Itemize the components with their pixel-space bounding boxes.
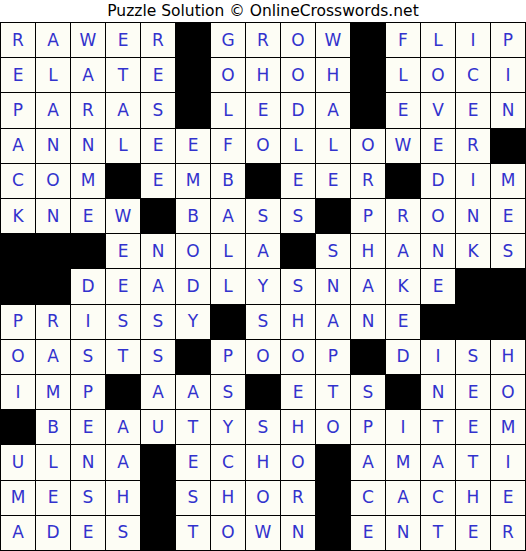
- letter-cell-r8c12: K: [386, 269, 420, 303]
- letter-cell-r8c11: A: [351, 269, 385, 303]
- letter-cell-r9c12: E: [386, 305, 420, 339]
- letter-cell-r7c13: N: [421, 234, 455, 268]
- letter-cell-r2c7: O: [211, 58, 245, 92]
- letter-cell-r15c4: S: [106, 516, 140, 550]
- letter-cell-r12c2: B: [36, 410, 70, 444]
- letter-cell-r12c13: T: [421, 410, 455, 444]
- letter-cell-r1c15: P: [491, 23, 525, 57]
- page-title: Puzzle Solution © OnlineCrosswords.net: [0, 0, 526, 22]
- letter-cell-r11c2: M: [36, 375, 70, 409]
- letter-cell-r4c14: R: [456, 129, 490, 163]
- block-cell-r10c6: [176, 340, 210, 374]
- letter-cell-r5c7: B: [211, 164, 245, 198]
- letter-cell-r5c11: R: [351, 164, 385, 198]
- letter-cell-r8c6: D: [176, 269, 210, 303]
- letter-cell-r11c7: S: [211, 375, 245, 409]
- letter-cell-r14c7: H: [211, 481, 245, 515]
- letter-cell-r2c15: I: [491, 58, 525, 92]
- block-cell-r8c15: [491, 269, 525, 303]
- letter-cell-r8c10: N: [316, 269, 350, 303]
- letter-cell-r9c6: Y: [176, 305, 210, 339]
- letter-cell-r3c3: R: [71, 93, 105, 127]
- letter-cell-r4c8: O: [246, 129, 280, 163]
- letter-cell-r1c7: G: [211, 23, 245, 57]
- letter-cell-r14c6: S: [176, 481, 210, 515]
- letter-cell-r13c7: C: [211, 445, 245, 479]
- letter-cell-r12c8: S: [246, 410, 280, 444]
- letter-cell-r7c12: A: [386, 234, 420, 268]
- letter-cell-r13c13: A: [421, 445, 455, 479]
- block-cell-r5c8: [246, 164, 280, 198]
- letter-cell-r4c9: L: [281, 129, 315, 163]
- letter-cell-r6c3: E: [71, 199, 105, 233]
- letter-cell-r13c15: I: [491, 445, 525, 479]
- block-cell-r1c11: [351, 23, 385, 57]
- letter-cell-r14c2: E: [36, 481, 70, 515]
- letter-cell-r8c3: D: [71, 269, 105, 303]
- letter-cell-r14c1: M: [1, 481, 35, 515]
- letter-cell-r6c11: P: [351, 199, 385, 233]
- letter-cell-r12c10: O: [316, 410, 350, 444]
- block-cell-r11c4: [106, 375, 140, 409]
- letter-cell-r10c15: H: [491, 340, 525, 374]
- letter-cell-r6c9: S: [281, 199, 315, 233]
- letter-cell-r12c5: U: [141, 410, 175, 444]
- letter-cell-r3c8: E: [246, 93, 280, 127]
- letter-cell-r9c2: R: [36, 305, 70, 339]
- block-cell-r9c7: [211, 305, 245, 339]
- letter-cell-r5c1: C: [1, 164, 35, 198]
- block-cell-r7c2: [36, 234, 70, 268]
- letter-cell-r9c4: S: [106, 305, 140, 339]
- letter-cell-r10c14: S: [456, 340, 490, 374]
- letter-cell-r6c1: K: [1, 199, 35, 233]
- block-cell-r15c5: [141, 516, 175, 550]
- letter-cell-r15c7: O: [211, 516, 245, 550]
- letter-cell-r11c3: P: [71, 375, 105, 409]
- letter-cell-r5c13: D: [421, 164, 455, 198]
- letter-cell-r3c10: A: [316, 93, 350, 127]
- letter-cell-r7c10: S: [316, 234, 350, 268]
- block-cell-r5c4: [106, 164, 140, 198]
- letter-cell-r14c12: A: [386, 481, 420, 515]
- crossword-grid: RAWERGROWFLIPELATEOHOHLOCIPARASLEDAEVENA…: [0, 22, 526, 551]
- letter-cell-r8c7: L: [211, 269, 245, 303]
- letter-cell-r15c15: R: [491, 516, 525, 550]
- letter-cell-r2c12: L: [386, 58, 420, 92]
- letter-cell-r2c8: H: [246, 58, 280, 92]
- letter-cell-r11c9: E: [281, 375, 315, 409]
- letter-cell-r3c15: N: [491, 93, 525, 127]
- letter-cell-r6c13: O: [421, 199, 455, 233]
- letter-cell-r4c10: L: [316, 129, 350, 163]
- letter-cell-r2c5: E: [141, 58, 175, 92]
- letter-cell-r7c11: H: [351, 234, 385, 268]
- block-cell-r3c6: [176, 93, 210, 127]
- letter-cell-r13c1: U: [1, 445, 35, 479]
- letter-cell-r15c13: T: [421, 516, 455, 550]
- letter-cell-r15c14: E: [456, 516, 490, 550]
- letter-cell-r5c15: M: [491, 164, 525, 198]
- letter-cell-r10c10: P: [316, 340, 350, 374]
- letter-cell-r1c2: A: [36, 23, 70, 57]
- letter-cell-r10c8: O: [246, 340, 280, 374]
- letter-cell-r13c3: N: [71, 445, 105, 479]
- letter-cell-r7c7: L: [211, 234, 245, 268]
- letter-cell-r4c6: E: [176, 129, 210, 163]
- letter-cell-r12c15: M: [491, 410, 525, 444]
- block-cell-r6c10: [316, 199, 350, 233]
- letter-cell-r9c10: A: [316, 305, 350, 339]
- letter-cell-r14c11: C: [351, 481, 385, 515]
- letter-cell-r10c5: S: [141, 340, 175, 374]
- letter-cell-r3c2: A: [36, 93, 70, 127]
- letter-cell-r7c15: S: [491, 234, 525, 268]
- letter-cell-r4c11: O: [351, 129, 385, 163]
- letter-cell-r11c11: S: [351, 375, 385, 409]
- letter-cell-r4c5: E: [141, 129, 175, 163]
- letter-cell-r14c9: R: [281, 481, 315, 515]
- block-cell-r13c10: [316, 445, 350, 479]
- letter-cell-r15c12: N: [386, 516, 420, 550]
- letter-cell-r11c10: T: [316, 375, 350, 409]
- letter-cell-r11c15: O: [491, 375, 525, 409]
- letter-cell-r6c8: S: [246, 199, 280, 233]
- letter-cell-r2c9: O: [281, 58, 315, 92]
- letter-cell-r2c4: T: [106, 58, 140, 92]
- letter-cell-r10c7: P: [211, 340, 245, 374]
- letter-cell-r13c2: L: [36, 445, 70, 479]
- letter-cell-r1c5: R: [141, 23, 175, 57]
- letter-cell-r5c9: E: [281, 164, 315, 198]
- block-cell-r4c15: [491, 129, 525, 163]
- letter-cell-r15c6: T: [176, 516, 210, 550]
- letter-cell-r1c14: I: [456, 23, 490, 57]
- letter-cell-r9c5: S: [141, 305, 175, 339]
- letter-cell-r13c12: M: [386, 445, 420, 479]
- letter-cell-r5c2: O: [36, 164, 70, 198]
- letter-cell-r14c8: O: [246, 481, 280, 515]
- letter-cell-r14c14: H: [456, 481, 490, 515]
- letter-cell-r13c4: A: [106, 445, 140, 479]
- letter-cell-r4c12: W: [386, 129, 420, 163]
- letter-cell-r9c1: P: [1, 305, 35, 339]
- letter-cell-r2c2: L: [36, 58, 70, 92]
- letter-cell-r2c14: C: [456, 58, 490, 92]
- letter-cell-r13c8: H: [246, 445, 280, 479]
- letter-cell-r6c2: N: [36, 199, 70, 233]
- letter-cell-r10c9: O: [281, 340, 315, 374]
- letter-cell-r11c13: N: [421, 375, 455, 409]
- letter-cell-r9c11: N: [351, 305, 385, 339]
- letter-cell-r9c3: I: [71, 305, 105, 339]
- letter-cell-r6c14: N: [456, 199, 490, 233]
- letter-cell-r15c3: E: [71, 516, 105, 550]
- letter-cell-r1c1: R: [1, 23, 35, 57]
- letter-cell-r5c14: I: [456, 164, 490, 198]
- letter-cell-r13c9: O: [281, 445, 315, 479]
- block-cell-r11c12: [386, 375, 420, 409]
- letter-cell-r7c4: E: [106, 234, 140, 268]
- letter-cell-r13c14: T: [456, 445, 490, 479]
- letter-cell-r14c4: H: [106, 481, 140, 515]
- block-cell-r11c8: [246, 375, 280, 409]
- letter-cell-r3c9: D: [281, 93, 315, 127]
- letter-cell-r1c9: O: [281, 23, 315, 57]
- letter-cell-r4c2: N: [36, 129, 70, 163]
- letter-cell-r15c9: N: [281, 516, 315, 550]
- letter-cell-r4c1: A: [1, 129, 35, 163]
- letter-cell-r3c13: V: [421, 93, 455, 127]
- letter-cell-r8c9: S: [281, 269, 315, 303]
- letter-cell-r12c14: E: [456, 410, 490, 444]
- letter-cell-r1c8: R: [246, 23, 280, 57]
- block-cell-r1c6: [176, 23, 210, 57]
- letter-cell-r4c3: N: [71, 129, 105, 163]
- block-cell-r2c6: [176, 58, 210, 92]
- block-cell-r5c12: [386, 164, 420, 198]
- letter-cell-r8c4: E: [106, 269, 140, 303]
- block-cell-r7c9: [281, 234, 315, 268]
- letter-cell-r3c12: E: [386, 93, 420, 127]
- letter-cell-r12c12: I: [386, 410, 420, 444]
- letter-cell-r9c8: S: [246, 305, 280, 339]
- letter-cell-r14c13: C: [421, 481, 455, 515]
- letter-cell-r12c9: H: [281, 410, 315, 444]
- block-cell-r14c10: [316, 481, 350, 515]
- letter-cell-r12c4: A: [106, 410, 140, 444]
- letter-cell-r12c3: E: [71, 410, 105, 444]
- letter-cell-r11c1: I: [1, 375, 35, 409]
- block-cell-r7c3: [71, 234, 105, 268]
- letter-cell-r10c12: D: [386, 340, 420, 374]
- letter-cell-r4c13: E: [421, 129, 455, 163]
- letter-cell-r10c4: T: [106, 340, 140, 374]
- letter-cell-r8c8: Y: [246, 269, 280, 303]
- letter-cell-r3c5: S: [141, 93, 175, 127]
- puzzle-page: Puzzle Solution © OnlineCrosswords.net R…: [0, 0, 526, 551]
- letter-cell-r10c13: I: [421, 340, 455, 374]
- letter-cell-r6c4: W: [106, 199, 140, 233]
- letter-cell-r3c4: A: [106, 93, 140, 127]
- letter-cell-r7c8: A: [246, 234, 280, 268]
- letter-cell-r15c8: W: [246, 516, 280, 550]
- letter-cell-r9c9: H: [281, 305, 315, 339]
- letter-cell-r6c12: R: [386, 199, 420, 233]
- letter-cell-r6c7: A: [211, 199, 245, 233]
- block-cell-r12c1: [1, 410, 35, 444]
- block-cell-r15c10: [316, 516, 350, 550]
- block-cell-r14c5: [141, 481, 175, 515]
- letter-cell-r5c3: M: [71, 164, 105, 198]
- letter-cell-r1c3: W: [71, 23, 105, 57]
- block-cell-r9c14: [456, 305, 490, 339]
- letter-cell-r12c7: Y: [211, 410, 245, 444]
- letter-cell-r1c12: F: [386, 23, 420, 57]
- letter-cell-r7c14: K: [456, 234, 490, 268]
- block-cell-r8c1: [1, 269, 35, 303]
- letter-cell-r5c6: M: [176, 164, 210, 198]
- letter-cell-r1c10: W: [316, 23, 350, 57]
- letter-cell-r2c13: O: [421, 58, 455, 92]
- letter-cell-r1c13: L: [421, 23, 455, 57]
- letter-cell-r4c7: F: [211, 129, 245, 163]
- block-cell-r8c2: [36, 269, 70, 303]
- letter-cell-r15c2: D: [36, 516, 70, 550]
- letter-cell-r15c1: A: [1, 516, 35, 550]
- letter-cell-r7c5: N: [141, 234, 175, 268]
- letter-cell-r13c11: A: [351, 445, 385, 479]
- block-cell-r3c11: [351, 93, 385, 127]
- letter-cell-r11c5: A: [141, 375, 175, 409]
- letter-cell-r4c4: L: [106, 129, 140, 163]
- letter-cell-r12c6: T: [176, 410, 210, 444]
- letter-cell-r10c1: O: [1, 340, 35, 374]
- letter-cell-r2c3: A: [71, 58, 105, 92]
- letter-cell-r2c1: E: [1, 58, 35, 92]
- letter-cell-r10c2: A: [36, 340, 70, 374]
- block-cell-r10c11: [351, 340, 385, 374]
- letter-cell-r6c15: E: [491, 199, 525, 233]
- letter-cell-r11c14: E: [456, 375, 490, 409]
- letter-cell-r1c4: E: [106, 23, 140, 57]
- block-cell-r9c15: [491, 305, 525, 339]
- letter-cell-r3c7: L: [211, 93, 245, 127]
- letter-cell-r14c15: E: [491, 481, 525, 515]
- block-cell-r9c13: [421, 305, 455, 339]
- block-cell-r6c5: [141, 199, 175, 233]
- letter-cell-r5c10: E: [316, 164, 350, 198]
- letter-cell-r11c6: A: [176, 375, 210, 409]
- letter-cell-r3c1: P: [1, 93, 35, 127]
- letter-cell-r13c6: E: [176, 445, 210, 479]
- block-cell-r7c1: [1, 234, 35, 268]
- letter-cell-r14c3: S: [71, 481, 105, 515]
- letter-cell-r12c11: P: [351, 410, 385, 444]
- letter-cell-r7c6: O: [176, 234, 210, 268]
- block-cell-r8c14: [456, 269, 490, 303]
- letter-cell-r5c5: E: [141, 164, 175, 198]
- letter-cell-r6c6: B: [176, 199, 210, 233]
- letter-cell-r2c10: H: [316, 58, 350, 92]
- letter-cell-r8c5: A: [141, 269, 175, 303]
- letter-cell-r10c3: S: [71, 340, 105, 374]
- letter-cell-r8c13: E: [421, 269, 455, 303]
- letter-cell-r15c11: E: [351, 516, 385, 550]
- letter-cell-r3c14: E: [456, 93, 490, 127]
- block-cell-r13c5: [141, 445, 175, 479]
- block-cell-r2c11: [351, 58, 385, 92]
